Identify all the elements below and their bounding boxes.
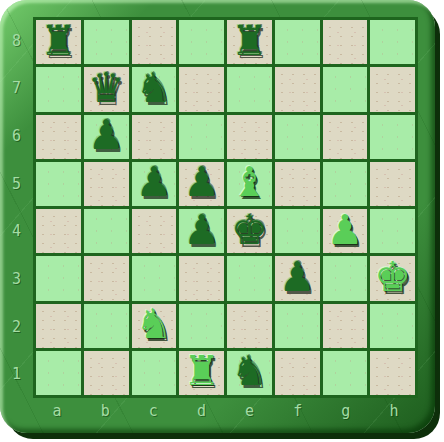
rank-label-7: 7 (0, 65, 33, 113)
square-f8[interactable] (275, 20, 320, 64)
square-h5[interactable] (370, 162, 415, 206)
rank-labels: 87654321 (0, 17, 33, 398)
square-c4[interactable] (132, 209, 177, 253)
rank-label-2: 2 (0, 303, 33, 351)
square-h4[interactable] (370, 209, 415, 253)
white-bishop: ♝ (231, 162, 268, 203)
square-f5[interactable] (275, 162, 320, 206)
square-a1[interactable] (36, 351, 81, 395)
square-h7[interactable] (370, 67, 415, 111)
square-b4[interactable] (84, 209, 129, 253)
square-b8[interactable] (84, 20, 129, 64)
square-h3[interactable]: ♚ (370, 256, 415, 300)
square-e5[interactable]: ♝ (227, 162, 272, 206)
file-label-f: f (274, 398, 322, 424)
square-c6[interactable] (132, 115, 177, 159)
square-d6[interactable] (179, 115, 224, 159)
square-d4[interactable]: ♟ (179, 209, 224, 253)
square-c7[interactable]: ♞ (132, 67, 177, 111)
file-label-g: g (322, 398, 370, 424)
square-e6[interactable] (227, 115, 272, 159)
rank-label-5: 5 (0, 160, 33, 208)
square-d5[interactable]: ♟ (179, 162, 224, 206)
chess-board: ♜♜♛♞♟♟♟♝♟♚♟♟♚♞♜♞ (33, 17, 418, 398)
white-pawn: ♟ (326, 210, 363, 251)
white-king: ♚ (374, 257, 411, 298)
square-c3[interactable] (132, 256, 177, 300)
square-d3[interactable] (179, 256, 224, 300)
square-c8[interactable] (132, 20, 177, 64)
square-a5[interactable] (36, 162, 81, 206)
square-g7[interactable] (323, 67, 368, 111)
square-f4[interactable] (275, 209, 320, 253)
black-king: ♚ (231, 210, 268, 251)
square-e1[interactable]: ♞ (227, 351, 272, 395)
square-c1[interactable] (132, 351, 177, 395)
square-g2[interactable] (323, 304, 368, 348)
square-g5[interactable] (323, 162, 368, 206)
white-knight: ♞ (135, 304, 172, 345)
square-b6[interactable]: ♟ (84, 115, 129, 159)
square-h6[interactable] (370, 115, 415, 159)
file-label-h: h (370, 398, 418, 424)
square-b1[interactable] (84, 351, 129, 395)
black-pawn: ♟ (279, 257, 316, 298)
square-a7[interactable] (36, 67, 81, 111)
square-f3[interactable]: ♟ (275, 256, 320, 300)
black-knight: ♞ (135, 68, 172, 109)
square-a8[interactable]: ♜ (36, 20, 81, 64)
black-pawn: ♟ (135, 162, 172, 203)
square-d1[interactable]: ♜ (179, 351, 224, 395)
square-a2[interactable] (36, 304, 81, 348)
square-d2[interactable] (179, 304, 224, 348)
black-rook: ♜ (231, 21, 268, 62)
square-b3[interactable] (84, 256, 129, 300)
square-e4[interactable]: ♚ (227, 209, 272, 253)
chess-app-window: 87654321 ♜♜♛♞♟♟♟♝♟♚♟♟♚♞♜♞ abcdefgh (0, 0, 444, 442)
file-labels: abcdefgh (33, 398, 418, 424)
file-label-a: a (33, 398, 81, 424)
square-g8[interactable] (323, 20, 368, 64)
square-d8[interactable] (179, 20, 224, 64)
square-e8[interactable]: ♜ (227, 20, 272, 64)
black-queen: ♛ (88, 68, 125, 109)
square-h8[interactable] (370, 20, 415, 64)
rank-label-3: 3 (0, 255, 33, 303)
file-label-d: d (177, 398, 225, 424)
square-a4[interactable] (36, 209, 81, 253)
black-pawn: ♟ (88, 115, 125, 156)
file-label-b: b (81, 398, 129, 424)
square-a3[interactable] (36, 256, 81, 300)
file-label-e: e (226, 398, 274, 424)
square-e7[interactable] (227, 67, 272, 111)
square-c5[interactable]: ♟ (132, 162, 177, 206)
black-pawn: ♟ (183, 162, 220, 203)
square-g4[interactable]: ♟ (323, 209, 368, 253)
square-e2[interactable] (227, 304, 272, 348)
square-g1[interactable] (323, 351, 368, 395)
file-label-c: c (129, 398, 177, 424)
square-g3[interactable] (323, 256, 368, 300)
square-b2[interactable] (84, 304, 129, 348)
black-pawn: ♟ (183, 210, 220, 251)
square-f7[interactable] (275, 67, 320, 111)
square-a6[interactable] (36, 115, 81, 159)
rank-label-8: 8 (0, 17, 33, 65)
square-f2[interactable] (275, 304, 320, 348)
square-f1[interactable] (275, 351, 320, 395)
square-c2[interactable]: ♞ (132, 304, 177, 348)
black-knight: ♞ (231, 351, 268, 392)
rank-label-6: 6 (0, 112, 33, 160)
square-g6[interactable] (323, 115, 368, 159)
square-d7[interactable] (179, 67, 224, 111)
square-b7[interactable]: ♛ (84, 67, 129, 111)
rank-label-4: 4 (0, 208, 33, 256)
square-h1[interactable] (370, 351, 415, 395)
black-rook: ♜ (40, 21, 77, 62)
rank-label-1: 1 (0, 350, 33, 398)
square-h2[interactable] (370, 304, 415, 348)
square-e3[interactable] (227, 256, 272, 300)
white-rook: ♜ (183, 351, 220, 392)
square-f6[interactable] (275, 115, 320, 159)
square-b5[interactable] (84, 162, 129, 206)
